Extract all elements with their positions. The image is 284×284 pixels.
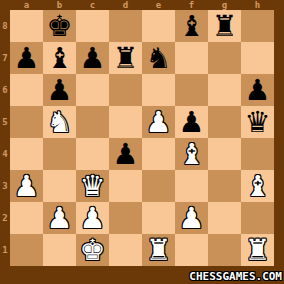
square-b1[interactable] bbox=[43, 234, 76, 266]
square-b3[interactable] bbox=[43, 170, 76, 202]
square-e7[interactable]: ♞ bbox=[142, 42, 175, 74]
square-a4[interactable] bbox=[10, 138, 43, 170]
square-b2[interactable]: ♟ bbox=[43, 202, 76, 234]
square-d1[interactable] bbox=[109, 234, 142, 266]
black-rook-g8: ♜ bbox=[212, 10, 238, 42]
square-a7[interactable]: ♟ bbox=[10, 42, 43, 74]
square-d6[interactable] bbox=[109, 74, 142, 106]
square-a5[interactable] bbox=[10, 106, 43, 138]
rank-label-3: 3 bbox=[0, 170, 10, 202]
chess-board: ♚♝♜♟♝♟♜♞♟♟♞♟♟♛♟♝♟♛♝♟♟♟♚♜♜ bbox=[10, 10, 274, 266]
file-label-c: c bbox=[76, 0, 109, 10]
square-g1[interactable] bbox=[208, 234, 241, 266]
square-g7[interactable] bbox=[208, 42, 241, 74]
black-pawn-b6: ♟ bbox=[47, 74, 73, 106]
square-d5[interactable] bbox=[109, 106, 142, 138]
white-bishop-f4: ♝ bbox=[179, 138, 205, 170]
square-h3[interactable]: ♝ bbox=[241, 170, 274, 202]
black-bishop-f8: ♝ bbox=[179, 10, 205, 42]
white-rook-e1: ♜ bbox=[146, 234, 172, 266]
black-pawn-f5: ♟ bbox=[179, 106, 205, 138]
square-e2[interactable] bbox=[142, 202, 175, 234]
square-d4[interactable]: ♟ bbox=[109, 138, 142, 170]
square-f3[interactable] bbox=[175, 170, 208, 202]
white-pawn-a3: ♟ bbox=[14, 170, 40, 202]
rank-label-7: 7 bbox=[0, 42, 10, 74]
square-f2[interactable]: ♟ bbox=[175, 202, 208, 234]
white-knight-b5: ♞ bbox=[47, 106, 73, 138]
square-e5[interactable]: ♟ bbox=[142, 106, 175, 138]
square-c1[interactable]: ♚ bbox=[76, 234, 109, 266]
square-a6[interactable] bbox=[10, 74, 43, 106]
square-e8[interactable] bbox=[142, 10, 175, 42]
white-pawn-c2: ♟ bbox=[80, 202, 106, 234]
square-h7[interactable] bbox=[241, 42, 274, 74]
black-rook-d7: ♜ bbox=[113, 42, 139, 74]
square-f5[interactable]: ♟ bbox=[175, 106, 208, 138]
square-a8[interactable] bbox=[10, 10, 43, 42]
square-d3[interactable] bbox=[109, 170, 142, 202]
square-e6[interactable] bbox=[142, 74, 175, 106]
rank-label-1: 1 bbox=[0, 234, 10, 266]
square-a1[interactable] bbox=[10, 234, 43, 266]
square-c5[interactable] bbox=[76, 106, 109, 138]
black-pawn-h6: ♟ bbox=[245, 74, 271, 106]
square-g6[interactable] bbox=[208, 74, 241, 106]
black-queen-h5: ♛ bbox=[245, 106, 271, 138]
rank-label-4: 4 bbox=[0, 138, 10, 170]
rank-label-5: 5 bbox=[0, 106, 10, 138]
white-bishop-h3: ♝ bbox=[245, 170, 271, 202]
square-e3[interactable] bbox=[142, 170, 175, 202]
black-knight-e7: ♞ bbox=[146, 42, 172, 74]
square-c4[interactable] bbox=[76, 138, 109, 170]
square-b5[interactable]: ♞ bbox=[43, 106, 76, 138]
square-a2[interactable] bbox=[10, 202, 43, 234]
square-d2[interactable] bbox=[109, 202, 142, 234]
rank-label-2: 2 bbox=[0, 202, 10, 234]
square-h1[interactable]: ♜ bbox=[241, 234, 274, 266]
rank-label-8: 8 bbox=[0, 10, 10, 42]
white-pawn-b2: ♟ bbox=[47, 202, 73, 234]
square-d8[interactable] bbox=[109, 10, 142, 42]
square-b7[interactable]: ♝ bbox=[43, 42, 76, 74]
black-pawn-a7: ♟ bbox=[14, 42, 40, 74]
file-label-d: d bbox=[109, 0, 142, 10]
square-f6[interactable] bbox=[175, 74, 208, 106]
square-c2[interactable]: ♟ bbox=[76, 202, 109, 234]
square-h2[interactable] bbox=[241, 202, 274, 234]
square-b6[interactable]: ♟ bbox=[43, 74, 76, 106]
square-h4[interactable] bbox=[241, 138, 274, 170]
square-g8[interactable]: ♜ bbox=[208, 10, 241, 42]
square-g2[interactable] bbox=[208, 202, 241, 234]
square-h6[interactable]: ♟ bbox=[241, 74, 274, 106]
square-e1[interactable]: ♜ bbox=[142, 234, 175, 266]
rank-labels: 87654321 bbox=[0, 10, 10, 266]
white-rook-h1: ♜ bbox=[245, 234, 271, 266]
square-h5[interactable]: ♛ bbox=[241, 106, 274, 138]
square-d7[interactable]: ♜ bbox=[109, 42, 142, 74]
white-pawn-e5: ♟ bbox=[146, 106, 172, 138]
file-label-a: a bbox=[10, 0, 43, 10]
white-pawn-f2: ♟ bbox=[179, 202, 205, 234]
file-label-h: h bbox=[241, 0, 274, 10]
square-f7[interactable] bbox=[175, 42, 208, 74]
white-king-c1: ♚ bbox=[80, 234, 106, 266]
square-c3[interactable]: ♛ bbox=[76, 170, 109, 202]
site-watermark: CHESSGAMES.COM bbox=[189, 270, 282, 283]
square-a3[interactable]: ♟ bbox=[10, 170, 43, 202]
black-king-b8: ♚ bbox=[47, 10, 73, 42]
square-f8[interactable]: ♝ bbox=[175, 10, 208, 42]
square-f4[interactable]: ♝ bbox=[175, 138, 208, 170]
square-e4[interactable] bbox=[142, 138, 175, 170]
square-c8[interactable] bbox=[76, 10, 109, 42]
black-pawn-d4: ♟ bbox=[113, 138, 139, 170]
square-g5[interactable] bbox=[208, 106, 241, 138]
square-g3[interactable] bbox=[208, 170, 241, 202]
white-queen-c3: ♛ bbox=[80, 170, 106, 202]
square-h8[interactable] bbox=[241, 10, 274, 42]
black-pawn-c7: ♟ bbox=[80, 42, 106, 74]
file-label-e: e bbox=[142, 0, 175, 10]
square-b8[interactable]: ♚ bbox=[43, 10, 76, 42]
square-c6[interactable] bbox=[76, 74, 109, 106]
rank-label-6: 6 bbox=[0, 74, 10, 106]
square-f1[interactable] bbox=[175, 234, 208, 266]
square-b4[interactable] bbox=[43, 138, 76, 170]
chess-diagram-frame: abcdefgh 87654321 ♚♝♜♟♝♟♜♞♟♟♞♟♟♛♟♝♟♛♝♟♟♟… bbox=[0, 0, 284, 284]
square-c7[interactable]: ♟ bbox=[76, 42, 109, 74]
black-bishop-b7: ♝ bbox=[47, 42, 73, 74]
square-g4[interactable] bbox=[208, 138, 241, 170]
